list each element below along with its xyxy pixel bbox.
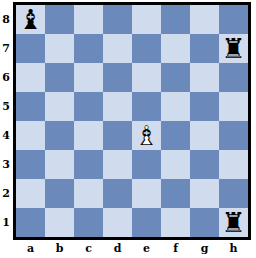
square-f4[interactable] xyxy=(161,121,190,150)
square-d1[interactable] xyxy=(103,208,132,237)
file-label-a: a xyxy=(16,241,45,256)
square-a1[interactable] xyxy=(16,208,45,237)
square-b7[interactable] xyxy=(45,34,74,63)
square-e8[interactable] xyxy=(132,5,161,34)
square-c6[interactable] xyxy=(74,63,103,92)
square-c3[interactable] xyxy=(74,150,103,179)
square-d8[interactable] xyxy=(103,5,132,34)
file-label-e: e xyxy=(132,241,161,256)
square-e2[interactable] xyxy=(132,179,161,208)
square-c1[interactable] xyxy=(74,208,103,237)
piece-black-rook-h7[interactable]: ♜ xyxy=(219,34,248,63)
rank-label-5: 5 xyxy=(0,92,12,121)
chess-board: ♝♜♝♗♜ xyxy=(16,5,248,237)
square-a8[interactable]: ♝ xyxy=(16,5,45,34)
square-f7[interactable] xyxy=(161,34,190,63)
square-b6[interactable] xyxy=(45,63,74,92)
square-b8[interactable] xyxy=(45,5,74,34)
square-a7[interactable] xyxy=(16,34,45,63)
rank-label-6: 6 xyxy=(0,63,12,92)
square-f2[interactable] xyxy=(161,179,190,208)
square-h1[interactable]: ♜ xyxy=(219,208,248,237)
square-c4[interactable] xyxy=(74,121,103,150)
rank-label-1: 1 xyxy=(0,208,12,237)
square-g5[interactable] xyxy=(190,92,219,121)
chess-diagram: 87654321 ♝♜♝♗♜ abcdefgh xyxy=(0,0,256,258)
file-label-h: h xyxy=(219,241,248,256)
square-c5[interactable] xyxy=(74,92,103,121)
rank-label-4: 4 xyxy=(0,121,12,150)
square-a6[interactable] xyxy=(16,63,45,92)
square-e3[interactable] xyxy=(132,150,161,179)
square-a2[interactable] xyxy=(16,179,45,208)
square-b3[interactable] xyxy=(45,150,74,179)
square-g4[interactable] xyxy=(190,121,219,150)
piece-black-rook-h1[interactable]: ♜ xyxy=(219,208,248,237)
square-b2[interactable] xyxy=(45,179,74,208)
file-label-f: f xyxy=(161,241,190,256)
file-label-b: b xyxy=(45,241,74,256)
file-label-d: d xyxy=(103,241,132,256)
square-b1[interactable] xyxy=(45,208,74,237)
square-f5[interactable] xyxy=(161,92,190,121)
square-a3[interactable] xyxy=(16,150,45,179)
square-d5[interactable] xyxy=(103,92,132,121)
square-d6[interactable] xyxy=(103,63,132,92)
rank-label-8: 8 xyxy=(0,5,12,34)
square-e6[interactable] xyxy=(132,63,161,92)
square-g2[interactable] xyxy=(190,179,219,208)
piece-white-bishop-e4[interactable]: ♝♗ xyxy=(132,121,161,150)
board-frame: ♝♜♝♗♜ xyxy=(13,2,251,240)
square-h6[interactable] xyxy=(219,63,248,92)
square-c2[interactable] xyxy=(74,179,103,208)
square-g8[interactable] xyxy=(190,5,219,34)
rank-label-7: 7 xyxy=(0,34,12,63)
square-e5[interactable] xyxy=(132,92,161,121)
square-e1[interactable] xyxy=(132,208,161,237)
square-f3[interactable] xyxy=(161,150,190,179)
square-g1[interactable] xyxy=(190,208,219,237)
piece-black-bishop-a8[interactable]: ♝ xyxy=(16,5,45,34)
square-g6[interactable] xyxy=(190,63,219,92)
square-f6[interactable] xyxy=(161,63,190,92)
square-h5[interactable] xyxy=(219,92,248,121)
white-piece-outline: ♗ xyxy=(132,121,161,150)
square-b5[interactable] xyxy=(45,92,74,121)
square-d2[interactable] xyxy=(103,179,132,208)
square-h7[interactable]: ♜ xyxy=(219,34,248,63)
square-h4[interactable] xyxy=(219,121,248,150)
square-d3[interactable] xyxy=(103,150,132,179)
rank-label-2: 2 xyxy=(0,179,12,208)
square-a4[interactable] xyxy=(16,121,45,150)
rank-label-3: 3 xyxy=(0,150,12,179)
square-e4[interactable]: ♝♗ xyxy=(132,121,161,150)
square-b4[interactable] xyxy=(45,121,74,150)
square-h2[interactable] xyxy=(219,179,248,208)
square-g3[interactable] xyxy=(190,150,219,179)
file-label-g: g xyxy=(190,241,219,256)
square-f1[interactable] xyxy=(161,208,190,237)
square-d4[interactable] xyxy=(103,121,132,150)
square-h3[interactable] xyxy=(219,150,248,179)
square-c8[interactable] xyxy=(74,5,103,34)
square-e7[interactable] xyxy=(132,34,161,63)
square-f8[interactable] xyxy=(161,5,190,34)
file-label-c: c xyxy=(74,241,103,256)
square-d7[interactable] xyxy=(103,34,132,63)
square-g7[interactable] xyxy=(190,34,219,63)
square-h8[interactable] xyxy=(219,5,248,34)
square-a5[interactable] xyxy=(16,92,45,121)
square-c7[interactable] xyxy=(74,34,103,63)
